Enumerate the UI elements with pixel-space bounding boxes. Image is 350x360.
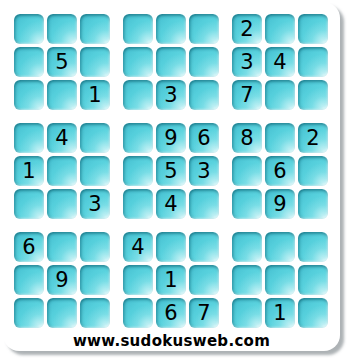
cell-r8c9[interactable] (298, 265, 328, 295)
cell-r3c2[interactable] (47, 80, 77, 110)
cell-r6c3[interactable]: 3 (80, 189, 110, 219)
cell-r6c2[interactable] (47, 189, 77, 219)
box-3: 2347 (229, 11, 331, 113)
cell-r2c5[interactable] (156, 47, 186, 77)
cell-r1c7[interactable]: 2 (232, 14, 262, 44)
box-9: 1 (229, 229, 331, 331)
cell-r8c1[interactable] (14, 265, 44, 295)
cell-r4c6[interactable]: 6 (189, 123, 219, 153)
cell-r3c5[interactable]: 3 (156, 80, 186, 110)
cell-r2c2[interactable]: 5 (47, 47, 77, 77)
cell-r8c6[interactable] (189, 265, 219, 295)
box-2: 3 (120, 11, 222, 113)
cell-r4c5[interactable]: 9 (156, 123, 186, 153)
cell-r7c6[interactable] (189, 232, 219, 262)
cell-r6c4[interactable] (123, 189, 153, 219)
cell-r2c7[interactable]: 3 (232, 47, 262, 77)
cell-r7c2[interactable] (47, 232, 77, 262)
cell-r7c8[interactable] (265, 232, 295, 262)
cell-r9c9[interactable] (298, 298, 328, 328)
cell-r1c6[interactable] (189, 14, 219, 44)
cell-r3c7[interactable]: 7 (232, 80, 262, 110)
cell-r4c9[interactable]: 2 (298, 123, 328, 153)
cell-r7c9[interactable] (298, 232, 328, 262)
cell-r8c5[interactable]: 1 (156, 265, 186, 295)
cell-r9c4[interactable] (123, 298, 153, 328)
cell-r4c2[interactable]: 4 (47, 123, 77, 153)
cell-r9c1[interactable] (14, 298, 44, 328)
cell-r8c3[interactable] (80, 265, 110, 295)
cell-r9c5[interactable]: 6 (156, 298, 186, 328)
cell-r7c7[interactable] (232, 232, 262, 262)
cell-r3c1[interactable] (14, 80, 44, 110)
cell-r4c8[interactable] (265, 123, 295, 153)
cell-r8c2[interactable]: 9 (47, 265, 77, 295)
cell-r5c6[interactable]: 3 (189, 156, 219, 186)
box-5: 96534 (120, 120, 222, 222)
cell-r5c3[interactable] (80, 156, 110, 186)
cell-r4c7[interactable]: 8 (232, 123, 262, 153)
board-frame: 51 3 2347 413 96534 8269 69 4167 1 www.s… (3, 2, 340, 351)
cell-r6c7[interactable] (232, 189, 262, 219)
cell-r2c1[interactable] (14, 47, 44, 77)
cell-r4c1[interactable] (14, 123, 44, 153)
cell-r8c4[interactable] (123, 265, 153, 295)
cell-r9c8[interactable]: 1 (265, 298, 295, 328)
cell-r1c1[interactable] (14, 14, 44, 44)
cell-r6c1[interactable] (14, 189, 44, 219)
cell-r1c3[interactable] (80, 14, 110, 44)
cell-r1c9[interactable] (298, 14, 328, 44)
cell-r5c8[interactable]: 6 (265, 156, 295, 186)
cell-r3c4[interactable] (123, 80, 153, 110)
box-1: 51 (11, 11, 113, 113)
cell-r2c6[interactable] (189, 47, 219, 77)
cell-r6c6[interactable] (189, 189, 219, 219)
cell-r4c3[interactable] (80, 123, 110, 153)
cell-r6c9[interactable] (298, 189, 328, 219)
cell-r3c8[interactable] (265, 80, 295, 110)
cell-r5c2[interactable] (47, 156, 77, 186)
cell-r8c7[interactable] (232, 265, 262, 295)
cell-r2c9[interactable] (298, 47, 328, 77)
cell-r3c9[interactable] (298, 80, 328, 110)
cell-r7c5[interactable] (156, 232, 186, 262)
cell-r2c3[interactable] (80, 47, 110, 77)
cell-r5c7[interactable] (232, 156, 262, 186)
box-8: 4167 (120, 229, 222, 331)
cell-r8c8[interactable] (265, 265, 295, 295)
cell-r9c3[interactable] (80, 298, 110, 328)
cell-r1c5[interactable] (156, 14, 186, 44)
cell-r5c4[interactable] (123, 156, 153, 186)
cell-r2c4[interactable] (123, 47, 153, 77)
site-url: www.sudokusweb.com (3, 332, 340, 352)
cell-r1c2[interactable] (47, 14, 77, 44)
cell-r7c3[interactable] (80, 232, 110, 262)
cell-r9c2[interactable] (47, 298, 77, 328)
cell-r5c9[interactable] (298, 156, 328, 186)
cell-r6c5[interactable]: 4 (156, 189, 186, 219)
cell-r3c6[interactable] (189, 80, 219, 110)
cell-r7c4[interactable]: 4 (123, 232, 153, 262)
cell-r7c1[interactable]: 6 (14, 232, 44, 262)
cell-r5c1[interactable]: 1 (14, 156, 44, 186)
cell-r3c3[interactable]: 1 (80, 80, 110, 110)
box-4: 413 (11, 120, 113, 222)
sudoku-board: 51 3 2347 413 96534 8269 69 4167 1 (11, 11, 331, 331)
cell-r2c8[interactable]: 4 (265, 47, 295, 77)
cell-r9c6[interactable]: 7 (189, 298, 219, 328)
box-7: 69 (11, 229, 113, 331)
box-6: 8269 (229, 120, 331, 222)
cell-r6c8[interactable]: 9 (265, 189, 295, 219)
cell-r4c4[interactable] (123, 123, 153, 153)
cell-r1c4[interactable] (123, 14, 153, 44)
cell-r5c5[interactable]: 5 (156, 156, 186, 186)
cell-r9c7[interactable] (232, 298, 262, 328)
cell-r1c8[interactable] (265, 14, 295, 44)
